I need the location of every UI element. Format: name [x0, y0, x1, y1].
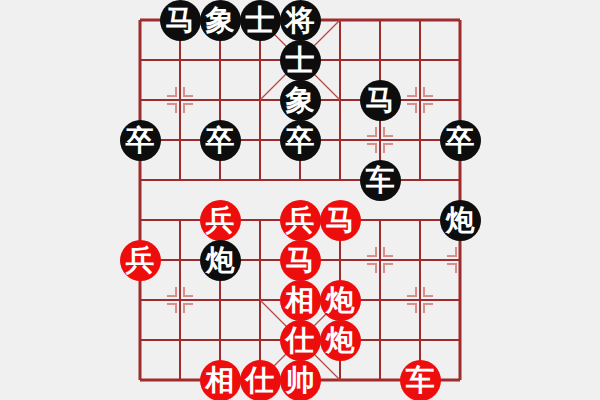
piece-red-elephant[interactable]: 相 — [200, 360, 241, 400]
piece-black-general[interactable]: 将 — [280, 0, 321, 41]
piece-red-advisor[interactable]: 仕 — [240, 360, 281, 400]
piece-red-soldier[interactable]: 兵 — [280, 200, 321, 241]
piece-black-horse[interactable]: 马 — [160, 0, 201, 41]
piece-red-chariot[interactable]: 车 — [400, 360, 441, 400]
xiangqi-screenshot: 马象士将士象马卒卒卒卒车兵兵马炮兵炮马相炮仕炮相仕帅车 — [0, 0, 600, 400]
piece-red-cannon[interactable]: 炮 — [320, 280, 361, 321]
piece-black-soldier[interactable]: 卒 — [440, 120, 481, 161]
piece-black-advisor[interactable]: 士 — [240, 0, 281, 41]
piece-red-soldier[interactable]: 兵 — [120, 240, 161, 281]
piece-red-cannon[interactable]: 炮 — [320, 320, 361, 361]
piece-black-elephant[interactable]: 象 — [200, 0, 241, 41]
piece-black-chariot[interactable]: 车 — [360, 160, 401, 201]
piece-red-advisor[interactable]: 仕 — [280, 320, 321, 361]
piece-black-soldier[interactable]: 卒 — [120, 120, 161, 161]
piece-black-horse[interactable]: 马 — [360, 80, 401, 121]
piece-red-soldier[interactable]: 兵 — [200, 200, 241, 241]
piece-black-advisor[interactable]: 士 — [280, 40, 321, 81]
piece-red-horse[interactable]: 马 — [320, 200, 361, 241]
piece-black-soldier[interactable]: 卒 — [280, 120, 321, 161]
piece-black-cannon[interactable]: 炮 — [440, 200, 481, 241]
piece-black-elephant[interactable]: 象 — [280, 80, 321, 121]
piece-black-soldier[interactable]: 卒 — [200, 120, 241, 161]
pieces-layer: 马象士将士象马卒卒卒卒车兵兵马炮兵炮马相炮仕炮相仕帅车 — [120, 0, 480, 400]
piece-black-cannon[interactable]: 炮 — [200, 240, 241, 281]
piece-red-general[interactable]: 帅 — [280, 360, 321, 400]
piece-red-horse[interactable]: 马 — [280, 240, 321, 281]
piece-red-elephant[interactable]: 相 — [280, 280, 321, 321]
